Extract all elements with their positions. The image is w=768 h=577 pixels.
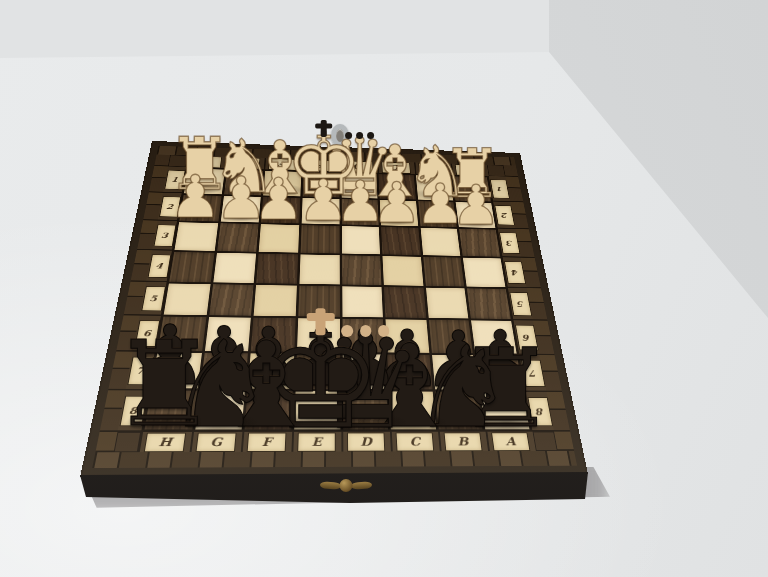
- piece-white-pawn-g2[interactable]: ♟: [215, 169, 267, 227]
- piece-white-pawn-b2[interactable]: ♟: [416, 177, 465, 232]
- black-rook-icon: ♜: [111, 327, 217, 445]
- pieces-layer: ♜♞♝♛♚♝♞♜♟♟♟♟♟♟♟♟♟♟♟♟♟♟♟♟♜♞♝♛♚♝♞♜: [0, 0, 768, 577]
- white-pawn-icon: ♟: [298, 172, 349, 229]
- chess-set-photo: HGFEDCBA HGFEDCBA 12345678 12345678 ♜♞♝♛…: [0, 0, 768, 577]
- piece-white-pawn-h2[interactable]: ♟: [169, 168, 222, 227]
- white-pawn-icon: ♟: [416, 177, 465, 232]
- white-king-cross-finial: [321, 120, 327, 137]
- piece-black-rook-h8[interactable]: ♜: [111, 327, 217, 445]
- white-pawn-icon: ♟: [215, 169, 267, 227]
- white-pawn-icon: ♟: [169, 168, 222, 227]
- piece-white-pawn-e2[interactable]: ♟: [298, 172, 349, 229]
